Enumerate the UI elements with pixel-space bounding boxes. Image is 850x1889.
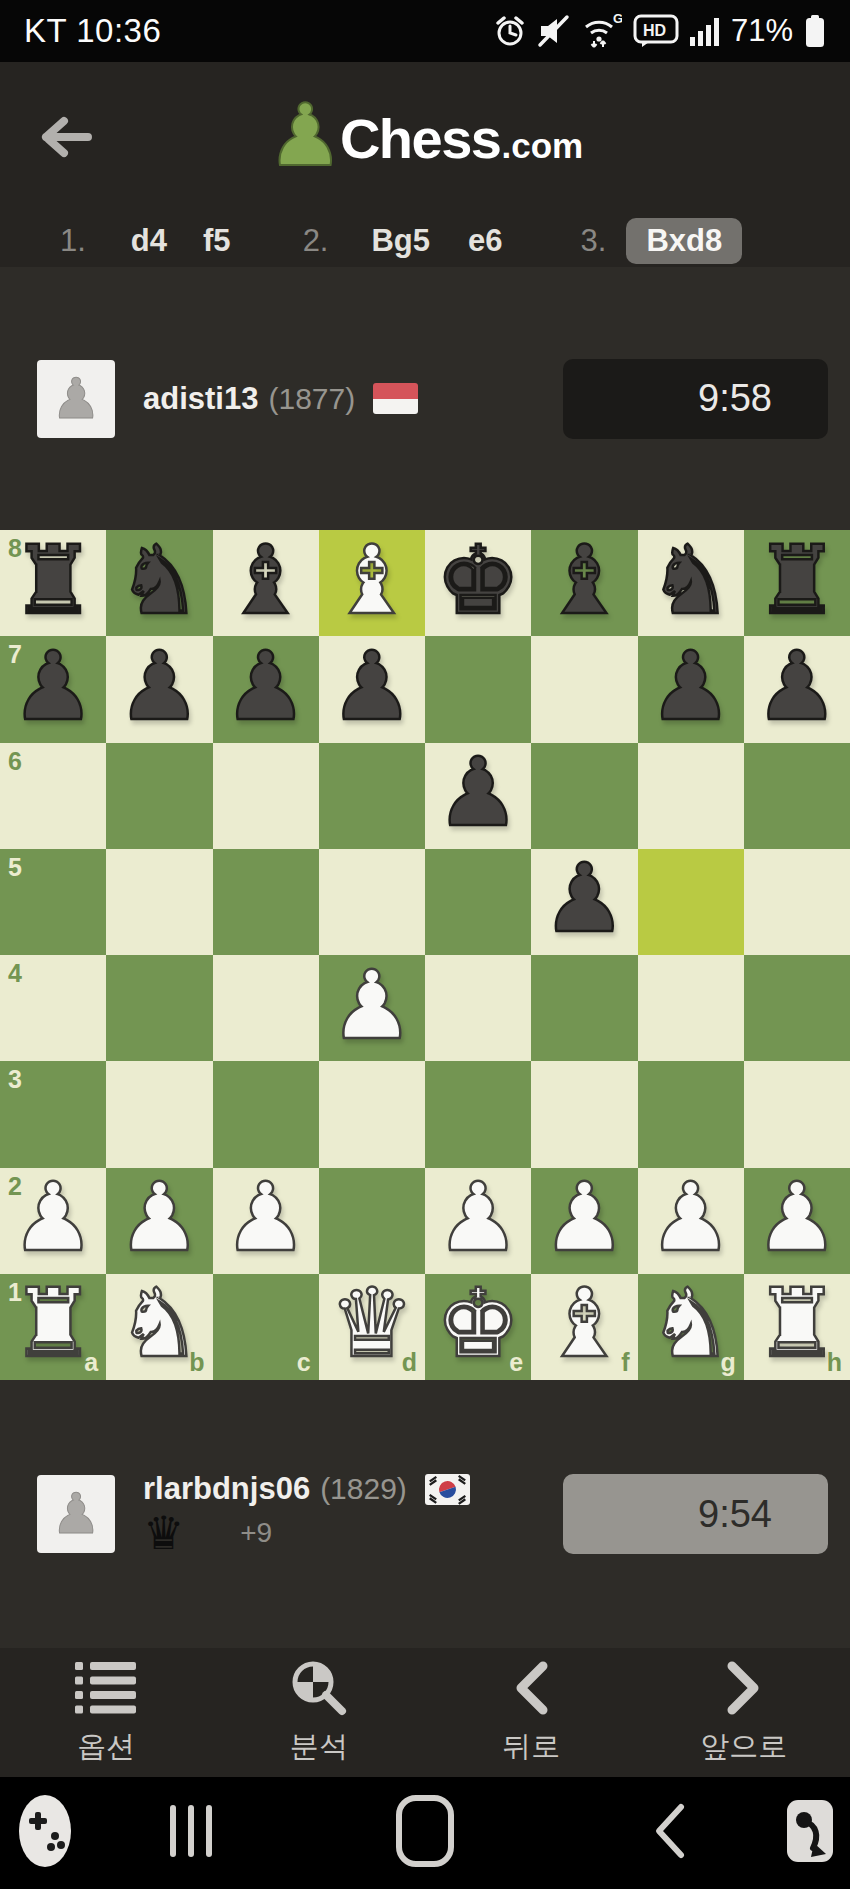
svg-text:G: G <box>613 13 622 26</box>
move-list: 1. d4 f5 2. Bg5 e6 3. Bxd8 <box>0 215 850 267</box>
black-knight-b8[interactable]: ♞ <box>117 533 202 628</box>
square-d6[interactable] <box>319 743 425 849</box>
coord-rank-3: 3 <box>8 1067 22 1092</box>
square-d8[interactable]: ♝ <box>319 530 425 636</box>
move-3-white-current[interactable]: Bxd8 <box>626 218 742 264</box>
square-d3[interactable] <box>319 1061 425 1167</box>
black-pawn-a7[interactable]: ♟ <box>11 639 96 734</box>
signal-icon <box>690 15 720 47</box>
square-b4[interactable] <box>106 955 212 1061</box>
square-c5[interactable] <box>213 849 319 955</box>
clock-bottom: 9:54 <box>563 1474 828 1554</box>
coord-rank-6: 6 <box>8 749 22 774</box>
square-e4[interactable] <box>425 955 531 1061</box>
coord-file-g: g <box>720 1350 735 1375</box>
recents-button[interactable] <box>168 1803 214 1863</box>
black-pawn-d7[interactable]: ♟ <box>329 639 414 734</box>
square-c6[interactable] <box>213 743 319 849</box>
nav-analysis-label: 분석 <box>290 1727 348 1767</box>
nav-forward-label: 앞으로 <box>700 1727 787 1767</box>
coord-file-f: f <box>621 1350 629 1375</box>
square-b2[interactable]: ♟ <box>106 1168 212 1274</box>
status-icons: G HD 71% <box>494 13 826 49</box>
square-b1[interactable]: ♞b <box>106 1274 212 1380</box>
square-h2[interactable]: ♟ <box>744 1168 850 1274</box>
white-pawn-c2[interactable]: ♟ <box>223 1170 308 1265</box>
captured-queen-icon: ♛ <box>143 1510 184 1556</box>
game-launcher-icon[interactable] <box>18 1794 72 1872</box>
square-a6[interactable]: 6 <box>0 743 106 849</box>
square-e7[interactable] <box>425 636 531 742</box>
move-2-black[interactable]: e6 <box>468 223 502 259</box>
chess-board[interactable]: ♜8♞♝♝♚♝♞♜♟7♟♟♟♟♟6♟5♟4♟3♟2♟♟♟♟♟♟♜1a♞bc♛d♚… <box>0 530 850 1380</box>
square-g2[interactable]: ♟ <box>638 1168 744 1274</box>
square-b6[interactable] <box>106 743 212 849</box>
chevron-right-icon <box>724 1658 764 1718</box>
analysis-magnifier-icon <box>288 1658 350 1718</box>
coord-rank-7: 7 <box>8 642 22 667</box>
square-c7[interactable]: ♟ <box>213 636 319 742</box>
avatar[interactable]: ♟ <box>37 360 115 438</box>
game-bottom-nav: 옵션 분석 뒤로 앞으로 <box>0 1648 850 1777</box>
square-d7[interactable]: ♟ <box>319 636 425 742</box>
square-e8[interactable]: ♚ <box>425 530 531 636</box>
wifi-g-icon: G <box>582 13 622 49</box>
logo-wordmark: Chess <box>340 106 501 171</box>
coord-rank-8: 8 <box>8 536 22 561</box>
material-advantage: +9 <box>240 1517 272 1549</box>
white-pawn-h2[interactable]: ♟ <box>754 1170 839 1265</box>
square-f6[interactable] <box>531 743 637 849</box>
back-button[interactable] <box>36 115 98 163</box>
white-pawn-d4[interactable]: ♟ <box>329 958 414 1053</box>
black-bishop-c8[interactable]: ♝ <box>223 533 308 628</box>
black-pawn-c7[interactable]: ♟ <box>223 639 308 734</box>
hd-icon: HD <box>633 14 679 48</box>
square-c1[interactable]: c <box>213 1274 319 1380</box>
black-rook-a8[interactable]: ♜ <box>11 533 96 628</box>
white-pawn-a2[interactable]: ♟ <box>11 1170 96 1265</box>
move-1-white[interactable]: d4 <box>131 223 167 259</box>
square-c3[interactable] <box>213 1061 319 1167</box>
square-a7[interactable]: ♟7 <box>0 636 106 742</box>
square-e5[interactable] <box>425 849 531 955</box>
square-b7[interactable]: ♟ <box>106 636 212 742</box>
square-g5[interactable] <box>638 849 744 955</box>
white-pawn-f2[interactable]: ♟ <box>542 1170 627 1265</box>
mute-icon <box>537 14 571 48</box>
square-a5[interactable]: 5 <box>0 849 106 955</box>
square-h6[interactable] <box>744 743 850 849</box>
avatar-pawn-icon: ♟ <box>51 1486 101 1542</box>
black-rook-h8[interactable]: ♜ <box>754 533 839 628</box>
nav-forward-button[interactable]: 앞으로 <box>638 1648 850 1777</box>
black-knight-g8[interactable]: ♞ <box>648 533 733 628</box>
square-d4[interactable]: ♟ <box>319 955 425 1061</box>
square-f7[interactable] <box>531 636 637 742</box>
square-c4[interactable] <box>213 955 319 1061</box>
carrier-time: KT 10:36 <box>24 12 161 50</box>
coord-rank-4: 4 <box>8 961 22 986</box>
square-h7[interactable]: ♟ <box>744 636 850 742</box>
square-g4[interactable] <box>638 955 744 1061</box>
square-a4[interactable]: 4 <box>0 955 106 1061</box>
square-f4[interactable] <box>531 955 637 1061</box>
nav-back-label: 뒤로 <box>502 1727 560 1767</box>
square-a3[interactable]: 3 <box>0 1061 106 1167</box>
move-number: 3. <box>581 223 607 259</box>
square-a8[interactable]: ♜8 <box>0 530 106 636</box>
black-pawn-h7[interactable]: ♟ <box>754 639 839 734</box>
avatar[interactable]: ♟ <box>37 1475 115 1553</box>
logo-suffix: .com <box>502 126 584 166</box>
player-name[interactable]: adisti13 <box>143 381 258 417</box>
square-e3[interactable] <box>425 1061 531 1167</box>
square-a2[interactable]: ♟2 <box>0 1168 106 1274</box>
avatar-pawn-icon: ♟ <box>51 371 101 427</box>
square-h5[interactable] <box>744 849 850 955</box>
coord-file-c: c <box>297 1350 311 1375</box>
black-pawn-f5[interactable]: ♟ <box>542 851 627 946</box>
list-icon <box>75 1658 137 1718</box>
square-g7[interactable]: ♟ <box>638 636 744 742</box>
move-number: 1. <box>60 223 86 259</box>
phone-screen: KT 10:36 G HD 71% ♟ Chess .com 1. d4 f5 … <box>0 0 850 1889</box>
coord-rank-2: 2 <box>8 1174 22 1199</box>
square-e1[interactable]: ♚e <box>425 1274 531 1380</box>
status-bar: KT 10:36 G HD 71% <box>0 0 850 62</box>
white-pawn-g2[interactable]: ♟ <box>648 1170 733 1265</box>
player-panel-bottom: ♟ rlarbdnjs06 (1829) ♛ +9 9:54 <box>0 1380 850 1648</box>
player-panel-top: ♟ adisti13 (1877) 9:58 <box>0 267 850 530</box>
square-f2[interactable]: ♟ <box>531 1168 637 1274</box>
square-g3[interactable] <box>638 1061 744 1167</box>
black-pawn-e6[interactable]: ♟ <box>436 745 521 840</box>
coord-file-d: d <box>402 1350 417 1375</box>
square-g1[interactable]: ♞g <box>638 1274 744 1380</box>
android-back-button[interactable] <box>650 1802 688 1864</box>
arrow-left-icon <box>36 115 94 163</box>
south-korea-flag-icon <box>425 1474 470 1505</box>
svg-text:HD: HD <box>643 22 666 39</box>
square-h4[interactable] <box>744 955 850 1061</box>
black-pawn-g7[interactable]: ♟ <box>648 639 733 734</box>
app-header: ♟ Chess .com <box>0 62 850 215</box>
square-g6[interactable] <box>638 743 744 849</box>
move-1-black[interactable]: f5 <box>203 223 231 259</box>
alarm-icon <box>494 14 526 48</box>
chevron-left-icon <box>511 1658 551 1718</box>
coord-file-h: h <box>827 1350 842 1375</box>
square-b5[interactable] <box>106 849 212 955</box>
clock-top: 9:58 <box>563 359 828 439</box>
square-b3[interactable] <box>106 1061 212 1167</box>
nav-back-button[interactable]: 뒤로 <box>425 1648 638 1777</box>
coord-file-e: e <box>509 1350 523 1375</box>
chesscom-logo: ♟ Chess .com <box>267 96 583 182</box>
square-d2[interactable] <box>319 1168 425 1274</box>
battery-percent: 71% <box>731 13 793 49</box>
player-rating: (1829) <box>320 1472 407 1506</box>
black-pawn-b7[interactable]: ♟ <box>117 639 202 734</box>
square-e2[interactable]: ♟ <box>425 1168 531 1274</box>
white-bishop-d8[interactable]: ♝ <box>329 533 414 628</box>
touch-protection-icon[interactable] <box>786 1799 834 1867</box>
square-f8[interactable]: ♝ <box>531 530 637 636</box>
player-name[interactable]: rlarbdnjs06 <box>143 1471 310 1507</box>
square-h8[interactable]: ♜ <box>744 530 850 636</box>
white-king-e1[interactable]: ♚ <box>436 1276 521 1371</box>
nav-options-label: 옵션 <box>77 1727 135 1767</box>
square-f1[interactable]: ♝f <box>531 1274 637 1380</box>
white-bishop-f1[interactable]: ♝ <box>542 1276 627 1371</box>
white-pawn-b2[interactable]: ♟ <box>117 1170 202 1265</box>
home-button[interactable] <box>395 1794 455 1872</box>
black-bishop-f8[interactable]: ♝ <box>542 533 627 628</box>
square-h1[interactable]: ♜h <box>744 1274 850 1380</box>
white-pawn-e2[interactable]: ♟ <box>436 1170 521 1265</box>
indonesia-flag-icon <box>373 383 418 414</box>
square-b8[interactable]: ♞ <box>106 530 212 636</box>
square-e6[interactable]: ♟ <box>425 743 531 849</box>
square-a1[interactable]: ♜1a <box>0 1274 106 1380</box>
coord-rank-1: 1 <box>8 1280 22 1305</box>
white-rook-a1[interactable]: ♜ <box>11 1276 96 1371</box>
coord-file-b: b <box>189 1350 204 1375</box>
coord-file-a: a <box>84 1350 98 1375</box>
square-d1[interactable]: ♛d <box>319 1274 425 1380</box>
nav-analysis-button[interactable]: 분석 <box>213 1648 426 1777</box>
player-rating: (1877) <box>268 382 355 416</box>
black-king-e8[interactable]: ♚ <box>436 533 521 628</box>
logo-pawn-icon: ♟ <box>267 92 344 178</box>
battery-icon <box>804 13 826 49</box>
square-h3[interactable] <box>744 1061 850 1167</box>
move-2-white[interactable]: Bg5 <box>371 223 430 259</box>
square-c8[interactable]: ♝ <box>213 530 319 636</box>
android-nav-bar <box>0 1777 850 1889</box>
square-g8[interactable]: ♞ <box>638 530 744 636</box>
square-f3[interactable] <box>531 1061 637 1167</box>
nav-options-button[interactable]: 옵션 <box>0 1648 213 1777</box>
square-c2[interactable]: ♟ <box>213 1168 319 1274</box>
square-f5[interactable]: ♟ <box>531 849 637 955</box>
square-d5[interactable] <box>319 849 425 955</box>
coord-rank-5: 5 <box>8 855 22 880</box>
move-number: 2. <box>303 223 329 259</box>
